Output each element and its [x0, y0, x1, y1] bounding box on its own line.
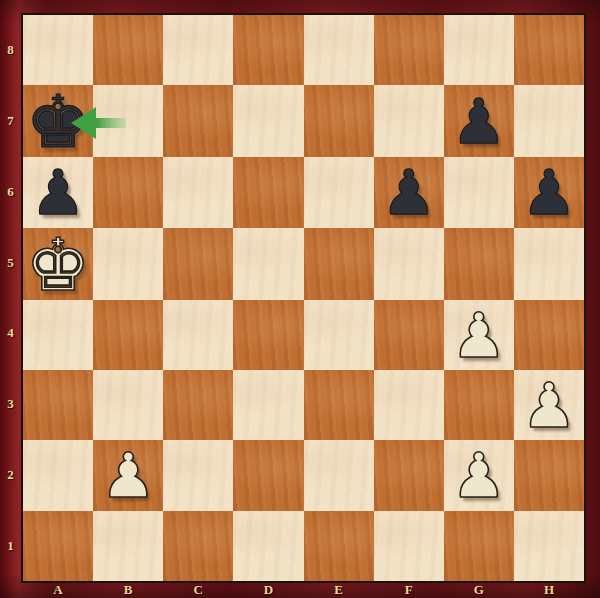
square-f5[interactable]	[374, 228, 444, 300]
file-label-e: E	[304, 582, 374, 598]
rank-labels: 87654321	[0, 15, 21, 581]
file-label-a: A	[23, 582, 93, 598]
square-c6[interactable]	[163, 157, 233, 227]
square-e6[interactable]	[304, 157, 374, 227]
square-e8[interactable]	[304, 15, 374, 85]
square-h5[interactable]	[514, 228, 584, 300]
square-a6[interactable]: ♟	[23, 157, 93, 227]
square-g4[interactable]: ♟	[444, 300, 514, 370]
square-b1[interactable]	[93, 511, 163, 581]
square-c5[interactable]	[163, 228, 233, 300]
square-e2[interactable]	[304, 440, 374, 510]
black-pawn[interactable]: ♟	[30, 162, 86, 224]
square-b4[interactable]	[93, 300, 163, 370]
square-g1[interactable]	[444, 511, 514, 581]
file-labels: ABCDEFGH	[23, 582, 584, 598]
square-a7[interactable]: ♚	[23, 85, 93, 157]
square-b6[interactable]	[93, 157, 163, 227]
square-e4[interactable]	[304, 300, 374, 370]
square-g2[interactable]: ♟	[444, 440, 514, 510]
square-d2[interactable]	[233, 440, 303, 510]
square-f3[interactable]	[374, 370, 444, 440]
white-pawn[interactable]: ♟	[451, 445, 507, 507]
file-label-c: C	[163, 582, 233, 598]
square-g8[interactable]	[444, 15, 514, 85]
square-b5[interactable]	[93, 228, 163, 300]
square-h2[interactable]	[514, 440, 584, 510]
square-a1[interactable]	[23, 511, 93, 581]
square-d8[interactable]	[233, 15, 303, 85]
rank-label-6: 6	[0, 157, 21, 228]
square-g6[interactable]	[444, 157, 514, 227]
rank-label-8: 8	[0, 15, 21, 86]
white-king[interactable]: ♚	[26, 229, 91, 301]
square-f8[interactable]	[374, 15, 444, 85]
square-c4[interactable]	[163, 300, 233, 370]
file-label-h: H	[514, 582, 584, 598]
square-a5[interactable]: ♚	[23, 228, 93, 300]
white-pawn[interactable]: ♟	[521, 375, 577, 437]
square-h6[interactable]: ♟	[514, 157, 584, 227]
square-a4[interactable]	[23, 300, 93, 370]
square-h3[interactable]: ♟	[514, 370, 584, 440]
square-d3[interactable]	[233, 370, 303, 440]
square-c1[interactable]	[163, 511, 233, 581]
square-a3[interactable]	[23, 370, 93, 440]
rank-label-4: 4	[0, 298, 21, 369]
file-label-b: B	[93, 582, 163, 598]
square-e5[interactable]	[304, 228, 374, 300]
black-king[interactable]: ♚	[26, 86, 91, 158]
file-label-g: G	[444, 582, 514, 598]
square-e1[interactable]	[304, 511, 374, 581]
black-pawn[interactable]: ♟	[521, 162, 577, 224]
square-b8[interactable]	[93, 15, 163, 85]
square-e3[interactable]	[304, 370, 374, 440]
black-pawn[interactable]: ♟	[451, 91, 507, 153]
square-f4[interactable]	[374, 300, 444, 370]
square-d7[interactable]	[233, 85, 303, 157]
square-b7[interactable]	[93, 85, 163, 157]
square-h8[interactable]	[514, 15, 584, 85]
rank-label-1: 1	[0, 510, 21, 581]
square-d1[interactable]	[233, 511, 303, 581]
square-c7[interactable]	[163, 85, 233, 157]
square-d6[interactable]	[233, 157, 303, 227]
rank-label-5: 5	[0, 227, 21, 298]
rank-label-2: 2	[0, 440, 21, 511]
square-a2[interactable]	[23, 440, 93, 510]
file-label-f: F	[374, 582, 444, 598]
chessboard-frame: ♚♟♟♟♟♚♟♟♟♟ 87654321 ABCDEFGH	[0, 0, 600, 598]
square-h4[interactable]	[514, 300, 584, 370]
chess-board: ♚♟♟♟♟♚♟♟♟♟	[21, 13, 586, 583]
square-c2[interactable]	[163, 440, 233, 510]
square-g3[interactable]	[444, 370, 514, 440]
square-f6[interactable]: ♟	[374, 157, 444, 227]
square-d5[interactable]	[233, 228, 303, 300]
square-e7[interactable]	[304, 85, 374, 157]
square-h7[interactable]	[514, 85, 584, 157]
rank-label-7: 7	[0, 86, 21, 157]
square-c8[interactable]	[163, 15, 233, 85]
square-b3[interactable]	[93, 370, 163, 440]
square-f7[interactable]	[374, 85, 444, 157]
square-a8[interactable]	[23, 15, 93, 85]
white-pawn[interactable]: ♟	[451, 305, 507, 367]
square-g7[interactable]: ♟	[444, 85, 514, 157]
file-label-d: D	[233, 582, 303, 598]
square-f1[interactable]	[374, 511, 444, 581]
square-b2[interactable]: ♟	[93, 440, 163, 510]
white-pawn[interactable]: ♟	[100, 445, 156, 507]
black-pawn[interactable]: ♟	[381, 162, 437, 224]
square-g5[interactable]	[444, 228, 514, 300]
square-h1[interactable]	[514, 511, 584, 581]
square-c3[interactable]	[163, 370, 233, 440]
square-f2[interactable]	[374, 440, 444, 510]
rank-label-3: 3	[0, 369, 21, 440]
square-d4[interactable]	[233, 300, 303, 370]
